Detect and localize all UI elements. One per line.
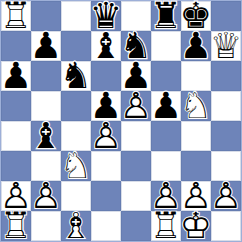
piece-white-knight-outline-layer-icon: ♘: [61, 151, 91, 181]
chess-board: ♜♖♛♛♜♜♚♚♟♟♝♝♞♞♟♟♛♕♟♟♞♞♟♟♟♟♟♙♟♟♞♘♝♝♟♙♞♘♟♙…: [0, 0, 242, 242]
piece-black-rook-halo-layer-icon: ♜: [151, 1, 181, 31]
piece-white-pawn-outline-layer-icon: ♙: [211, 181, 241, 211]
piece-white-pawn-outline-layer-icon: ♙: [181, 181, 211, 211]
square-g2[interactable]: ♟♙: [181, 181, 211, 211]
piece-black-pawn[interactable]: ♟♟: [181, 31, 211, 61]
piece-white-pawn-outline-layer-icon: ♙: [151, 181, 181, 211]
square-f2[interactable]: ♟♙: [151, 181, 181, 211]
piece-white-pawn-fill-layer-icon: ♟: [151, 181, 181, 211]
square-d4[interactable]: ♟♙: [91, 121, 121, 151]
square-h1[interactable]: [211, 211, 241, 241]
square-h8[interactable]: [211, 1, 241, 31]
piece-black-knight[interactable]: ♞♞: [121, 31, 151, 61]
square-f6[interactable]: [151, 61, 181, 91]
square-f1[interactable]: ♜♖: [151, 211, 181, 241]
square-h5[interactable]: [211, 91, 241, 121]
piece-black-bishop[interactable]: ♝♝: [31, 121, 61, 151]
piece-black-pawn[interactable]: ♟♟: [91, 91, 121, 121]
piece-black-rook[interactable]: ♜♜: [151, 1, 181, 31]
piece-black-pawn-halo-layer-icon: ♟: [121, 61, 151, 91]
piece-black-pawn-glyph-icon: ♟: [31, 31, 61, 61]
piece-black-bishop-glyph-icon: ♝: [91, 31, 121, 61]
piece-black-bishop-halo-layer-icon: ♝: [31, 121, 61, 151]
piece-white-knight[interactable]: ♞♘: [181, 91, 211, 121]
piece-black-pawn[interactable]: ♟♟: [1, 61, 31, 91]
piece-black-queen-halo-layer-icon: ♛: [91, 1, 121, 31]
piece-white-rook-fill-layer-icon: ♜: [151, 211, 181, 241]
square-g3[interactable]: [181, 151, 211, 181]
piece-white-pawn[interactable]: ♟♙: [91, 121, 121, 151]
square-f3[interactable]: [151, 151, 181, 181]
piece-white-pawn-fill-layer-icon: ♟: [31, 181, 61, 211]
square-d5[interactable]: ♟♟: [91, 91, 121, 121]
square-c6[interactable]: ♞♞: [61, 61, 91, 91]
piece-white-king-fill-layer-icon: ♚: [181, 211, 211, 241]
piece-black-pawn[interactable]: ♟♟: [151, 91, 181, 121]
square-b7[interactable]: ♟♟: [31, 31, 61, 61]
piece-black-pawn-glyph-icon: ♟: [1, 61, 31, 91]
square-h7[interactable]: ♛♕: [211, 31, 241, 61]
piece-white-rook-fill-layer-icon: ♜: [1, 211, 31, 241]
square-e4[interactable]: [121, 121, 151, 151]
piece-black-pawn[interactable]: ♟♟: [31, 31, 61, 61]
piece-white-pawn-fill-layer-icon: ♟: [121, 91, 151, 121]
square-d7[interactable]: ♝♝: [91, 31, 121, 61]
piece-black-pawn-glyph-icon: ♟: [121, 61, 151, 91]
piece-black-pawn-halo-layer-icon: ♟: [1, 61, 31, 91]
square-e3[interactable]: [121, 151, 151, 181]
piece-white-pawn[interactable]: ♟♙: [211, 181, 241, 211]
square-a4[interactable]: [1, 121, 31, 151]
piece-white-knight-fill-layer-icon: ♞: [61, 151, 91, 181]
piece-white-pawn-outline-layer-icon: ♙: [91, 121, 121, 151]
piece-white-rook-outline-layer-icon: ♖: [1, 1, 31, 31]
square-c1[interactable]: ♝♗: [61, 211, 91, 241]
piece-white-rook[interactable]: ♜♖: [1, 211, 31, 241]
square-e8[interactable]: [121, 1, 151, 31]
square-d8[interactable]: ♛♛: [91, 1, 121, 31]
piece-white-knight-fill-layer-icon: ♞: [181, 91, 211, 121]
piece-white-queen[interactable]: ♛♕: [211, 31, 241, 61]
square-a3[interactable]: [1, 151, 31, 181]
square-c4[interactable]: [61, 121, 91, 151]
square-a5[interactable]: [1, 91, 31, 121]
piece-white-pawn[interactable]: ♟♙: [181, 181, 211, 211]
square-d1[interactable]: [91, 211, 121, 241]
piece-black-king-glyph-icon: ♚: [181, 1, 211, 31]
piece-black-knight[interactable]: ♞♞: [61, 61, 91, 91]
square-g5[interactable]: ♞♘: [181, 91, 211, 121]
piece-white-rook[interactable]: ♜♖: [1, 1, 31, 31]
square-a7[interactable]: [1, 31, 31, 61]
square-h4[interactable]: [211, 121, 241, 151]
piece-black-knight-glyph-icon: ♞: [61, 61, 91, 91]
piece-black-bishop-glyph-icon: ♝: [31, 121, 61, 151]
piece-white-pawn[interactable]: ♟♙: [1, 181, 31, 211]
square-b6[interactable]: [31, 61, 61, 91]
piece-black-knight-halo-layer-icon: ♞: [121, 31, 151, 61]
square-c5[interactable]: [61, 91, 91, 121]
chess-board-wrapper: ♜♖♛♛♜♜♚♚♟♟♝♝♞♞♟♟♛♕♟♟♞♞♟♟♟♟♟♙♟♟♞♘♝♝♟♙♞♘♟♙…: [0, 0, 242, 242]
piece-black-king[interactable]: ♚♚: [181, 1, 211, 31]
piece-white-bishop-outline-layer-icon: ♗: [61, 211, 91, 241]
square-a8[interactable]: ♜♖: [1, 1, 31, 31]
piece-black-pawn-halo-layer-icon: ♟: [181, 31, 211, 61]
piece-white-knight[interactable]: ♞♘: [61, 151, 91, 181]
square-d2[interactable]: [91, 181, 121, 211]
square-b4[interactable]: ♝♝: [31, 121, 61, 151]
piece-black-pawn[interactable]: ♟♟: [121, 61, 151, 91]
piece-white-pawn-outline-layer-icon: ♙: [121, 91, 151, 121]
square-e7[interactable]: ♞♞: [121, 31, 151, 61]
piece-white-rook-outline-layer-icon: ♖: [151, 211, 181, 241]
piece-black-bishop-halo-layer-icon: ♝: [91, 31, 121, 61]
square-f5[interactable]: ♟♟: [151, 91, 181, 121]
piece-black-king-halo-layer-icon: ♚: [181, 1, 211, 31]
square-b5[interactable]: [31, 91, 61, 121]
piece-black-bishop[interactable]: ♝♝: [91, 31, 121, 61]
piece-black-queen-glyph-icon: ♛: [91, 1, 121, 31]
piece-black-pawn-halo-layer-icon: ♟: [31, 31, 61, 61]
square-e2[interactable]: [121, 181, 151, 211]
square-g1[interactable]: ♚♔: [181, 211, 211, 241]
square-d3[interactable]: [91, 151, 121, 181]
square-h2[interactable]: ♟♙: [211, 181, 241, 211]
square-d6[interactable]: [91, 61, 121, 91]
piece-white-pawn-fill-layer-icon: ♟: [211, 181, 241, 211]
piece-white-pawn[interactable]: ♟♙: [121, 91, 151, 121]
piece-white-rook-outline-layer-icon: ♖: [1, 211, 31, 241]
piece-white-bishop-fill-layer-icon: ♝: [61, 211, 91, 241]
piece-white-queen-outline-layer-icon: ♕: [211, 31, 241, 61]
square-c2[interactable]: [61, 181, 91, 211]
piece-white-queen-fill-layer-icon: ♛: [211, 31, 241, 61]
piece-white-pawn-outline-layer-icon: ♙: [31, 181, 61, 211]
piece-white-king-outline-layer-icon: ♔: [181, 211, 211, 241]
square-h6[interactable]: [211, 61, 241, 91]
piece-white-rook[interactable]: ♜♖: [151, 211, 181, 241]
square-c3[interactable]: ♞♘: [61, 151, 91, 181]
piece-white-pawn[interactable]: ♟♙: [151, 181, 181, 211]
piece-white-pawn-fill-layer-icon: ♟: [1, 181, 31, 211]
piece-white-pawn-outline-layer-icon: ♙: [1, 181, 31, 211]
piece-white-knight-outline-layer-icon: ♘: [181, 91, 211, 121]
square-b3[interactable]: [31, 151, 61, 181]
square-b1[interactable]: [31, 211, 61, 241]
piece-white-bishop[interactable]: ♝♗: [61, 211, 91, 241]
piece-white-pawn[interactable]: ♟♙: [31, 181, 61, 211]
square-a1[interactable]: ♜♖: [1, 211, 31, 241]
square-f7[interactable]: [151, 31, 181, 61]
square-f4[interactable]: [151, 121, 181, 151]
square-b2[interactable]: ♟♙: [31, 181, 61, 211]
square-a6[interactable]: ♟♟: [1, 61, 31, 91]
piece-black-knight-glyph-icon: ♞: [121, 31, 151, 61]
square-g7[interactable]: ♟♟: [181, 31, 211, 61]
square-g4[interactable]: [181, 121, 211, 151]
piece-black-pawn-glyph-icon: ♟: [91, 91, 121, 121]
piece-black-knight-halo-layer-icon: ♞: [61, 61, 91, 91]
square-c7[interactable]: [61, 31, 91, 61]
piece-white-king[interactable]: ♚♔: [181, 211, 211, 241]
piece-black-pawn-glyph-icon: ♟: [151, 91, 181, 121]
square-c8[interactable]: [61, 1, 91, 31]
square-g8[interactable]: ♚♚: [181, 1, 211, 31]
piece-white-pawn-fill-layer-icon: ♟: [181, 181, 211, 211]
square-g6[interactable]: [181, 61, 211, 91]
square-f8[interactable]: ♜♜: [151, 1, 181, 31]
piece-black-pawn-glyph-icon: ♟: [181, 31, 211, 61]
piece-white-pawn-fill-layer-icon: ♟: [91, 121, 121, 151]
square-e5[interactable]: ♟♙: [121, 91, 151, 121]
piece-black-queen[interactable]: ♛♛: [91, 1, 121, 31]
square-a2[interactable]: ♟♙: [1, 181, 31, 211]
piece-white-rook-fill-layer-icon: ♜: [1, 1, 31, 31]
square-e6[interactable]: ♟♟: [121, 61, 151, 91]
piece-black-pawn-halo-layer-icon: ♟: [91, 91, 121, 121]
piece-black-rook-glyph-icon: ♜: [151, 1, 181, 31]
square-b8[interactable]: [31, 1, 61, 31]
square-h3[interactable]: [211, 151, 241, 181]
square-e1[interactable]: [121, 211, 151, 241]
piece-black-pawn-halo-layer-icon: ♟: [151, 91, 181, 121]
